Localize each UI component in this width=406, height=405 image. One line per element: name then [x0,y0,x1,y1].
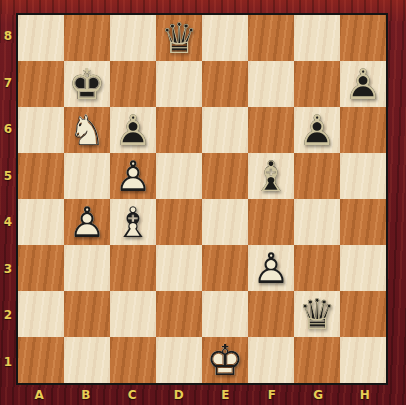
square-b3[interactable] [64,245,110,291]
square-d3[interactable] [156,245,202,291]
square-e7[interactable] [202,61,248,107]
piece-black-king[interactable]: ♚♔ [64,61,110,107]
square-c6[interactable]: ♟♙ [110,107,156,153]
piece-black-bishop[interactable]: ♝♗ [248,153,294,199]
square-c3[interactable] [110,245,156,291]
square-g1[interactable] [294,337,340,383]
square-d1[interactable] [156,337,202,383]
square-g2[interactable]: ♛♕ [294,291,340,337]
black-pawn-outline-icon: ♙ [110,107,156,153]
square-h7[interactable]: ♟♙ [340,61,386,107]
square-f8[interactable] [248,15,294,61]
square-f7[interactable] [248,61,294,107]
square-e1[interactable]: ♚♔ [202,337,248,383]
square-a4[interactable] [18,199,64,245]
square-a3[interactable] [18,245,64,291]
square-a1[interactable] [18,337,64,383]
square-d5[interactable] [156,153,202,199]
file-label-f: F [249,385,296,405]
square-e3[interactable] [202,245,248,291]
rank-label-3: 3 [0,246,16,293]
square-e5[interactable] [202,153,248,199]
square-c1[interactable] [110,337,156,383]
square-g3[interactable] [294,245,340,291]
piece-white-pawn[interactable]: ♟♙ [64,199,110,245]
square-h1[interactable] [340,337,386,383]
piece-white-bishop[interactable]: ♝♗ [110,199,156,245]
square-h2[interactable] [340,291,386,337]
rank-label-4: 4 [0,199,16,246]
square-g7[interactable] [294,61,340,107]
black-king-outline-icon: ♔ [64,61,110,107]
rank-label-6: 6 [0,106,16,153]
file-label-d: D [156,385,203,405]
square-c5[interactable]: ♟♙ [110,153,156,199]
square-b1[interactable] [64,337,110,383]
square-h6[interactable] [340,107,386,153]
piece-white-pawn[interactable]: ♟♙ [110,153,156,199]
white-bishop-outline-icon: ♗ [110,199,156,245]
square-e8[interactable] [202,15,248,61]
rank-labels: 87654321 [0,13,16,385]
square-b5[interactable] [64,153,110,199]
square-c2[interactable] [110,291,156,337]
square-b4[interactable]: ♟♙ [64,199,110,245]
square-f2[interactable] [248,291,294,337]
white-pawn-outline-icon: ♙ [110,153,156,199]
square-a2[interactable] [18,291,64,337]
black-bishop-outline-icon: ♗ [248,153,294,199]
file-labels: ABCDEFGH [16,385,388,405]
rank-label-2: 2 [0,292,16,339]
square-a6[interactable] [18,107,64,153]
square-g8[interactable] [294,15,340,61]
file-label-c: C [109,385,156,405]
file-label-b: B [63,385,110,405]
square-c7[interactable] [110,61,156,107]
square-h8[interactable] [340,15,386,61]
piece-black-pawn[interactable]: ♟♙ [294,107,340,153]
rank-label-5: 5 [0,153,16,200]
black-queen-outline-icon: ♕ [294,291,340,337]
square-e6[interactable] [202,107,248,153]
square-b7[interactable]: ♚♔ [64,61,110,107]
square-h5[interactable] [340,153,386,199]
rank-label-8: 8 [0,13,16,60]
white-pawn-outline-icon: ♙ [248,245,294,291]
square-d2[interactable] [156,291,202,337]
rank-label-1: 1 [0,339,16,386]
square-b6[interactable]: ♞♘ [64,107,110,153]
square-f3[interactable]: ♟♙ [248,245,294,291]
square-b8[interactable] [64,15,110,61]
square-c8[interactable] [110,15,156,61]
file-label-h: H [342,385,389,405]
square-d6[interactable] [156,107,202,153]
square-a5[interactable] [18,153,64,199]
piece-white-pawn[interactable]: ♟♙ [248,245,294,291]
black-pawn-outline-icon: ♙ [340,61,386,107]
square-d8[interactable]: ♛♕ [156,15,202,61]
square-a8[interactable] [18,15,64,61]
piece-black-pawn[interactable]: ♟♙ [340,61,386,107]
square-d7[interactable] [156,61,202,107]
square-c4[interactable]: ♝♗ [110,199,156,245]
square-e2[interactable] [202,291,248,337]
file-label-a: A [16,385,63,405]
piece-white-king[interactable]: ♚♔ [202,337,248,383]
square-d4[interactable] [156,199,202,245]
black-queen-outline-icon: ♕ [156,15,202,61]
chess-position-frame: 87654321 ♛♕♚♔♟♙♞♘♟♙♟♙♟♙♝♗♟♙♝♗♟♙♛♕♚♔ ABCD… [0,0,406,405]
white-pawn-outline-icon: ♙ [64,199,110,245]
square-g5[interactable] [294,153,340,199]
square-g4[interactable] [294,199,340,245]
square-e4[interactable] [202,199,248,245]
piece-black-queen[interactable]: ♛♕ [156,15,202,61]
square-h4[interactable] [340,199,386,245]
rank-label-7: 7 [0,60,16,107]
piece-black-queen[interactable]: ♛♕ [294,291,340,337]
white-knight-outline-icon: ♘ [64,107,110,153]
square-b2[interactable] [64,291,110,337]
piece-black-pawn[interactable]: ♟♙ [110,107,156,153]
file-label-e: E [202,385,249,405]
board-grid: ♛♕♚♔♟♙♞♘♟♙♟♙♟♙♝♗♟♙♝♗♟♙♛♕♚♔ [16,13,388,385]
square-a7[interactable] [18,61,64,107]
white-king-outline-icon: ♔ [202,337,248,383]
square-g6[interactable]: ♟♙ [294,107,340,153]
square-f1[interactable] [248,337,294,383]
square-f6[interactable] [248,107,294,153]
square-f4[interactable] [248,199,294,245]
file-label-g: G [295,385,342,405]
piece-white-knight[interactable]: ♞♘ [64,107,110,153]
black-pawn-outline-icon: ♙ [294,107,340,153]
square-h3[interactable] [340,245,386,291]
square-f5[interactable]: ♝♗ [248,153,294,199]
